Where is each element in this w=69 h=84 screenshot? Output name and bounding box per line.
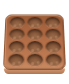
muffin-cup (27, 17, 42, 28)
muffin-cup (8, 54, 24, 66)
muffin-cup (27, 29, 42, 40)
muffin-cup (27, 54, 43, 66)
product-image-muffin-pan[interactable] (0, 0, 69, 84)
muffin-cup (45, 17, 60, 28)
muffin-cup (10, 17, 25, 28)
muffin-cup (27, 41, 43, 53)
muffin-cup (45, 29, 61, 40)
muffin-cup (46, 54, 62, 66)
muffin-cup (9, 29, 24, 40)
muffin-cup (9, 41, 25, 53)
muffin-cup (46, 41, 62, 53)
cups-grid (8, 17, 61, 66)
muffin-pan (3, 14, 66, 70)
